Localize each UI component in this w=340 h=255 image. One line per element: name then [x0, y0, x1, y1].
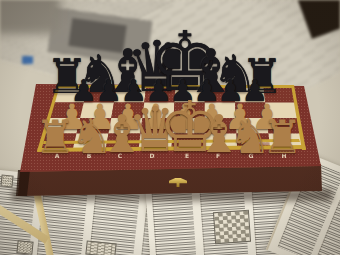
- piece-white-rook: ♜: [261, 114, 302, 160]
- chess-set-photo: ABCDEFGH ♜♞♝♛♚♝♞♜♟♟♟♟♟♟♟♟♟♟♟♟♟♟♟♟♜♞♝♛♚♝♞…: [0, 0, 340, 255]
- pieces-layer: ♜♞♝♛♚♝♞♜♟♟♟♟♟♟♟♟♟♟♟♟♟♟♟♟♜♞♝♛♚♝♞♜: [0, 0, 340, 255]
- piece-white-rook: ♜: [34, 114, 75, 160]
